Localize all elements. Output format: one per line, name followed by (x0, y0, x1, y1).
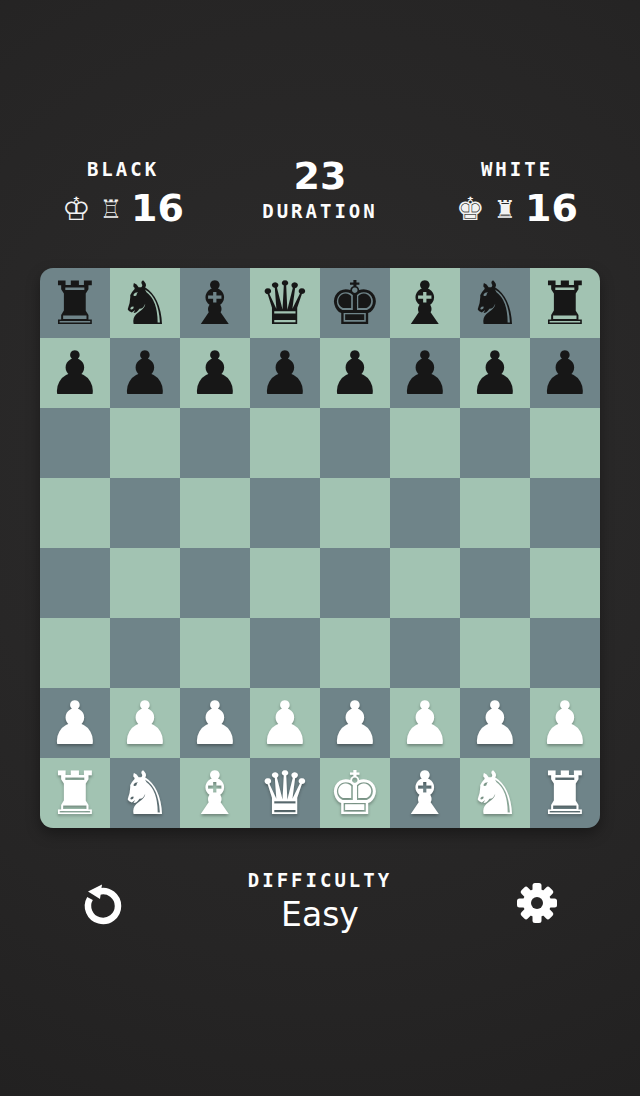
square-h3[interactable] (530, 618, 600, 688)
piece-black-knight[interactable]: ♞ (468, 268, 522, 338)
square-d3[interactable] (250, 618, 320, 688)
square-d6[interactable] (250, 408, 320, 478)
piece-black-queen[interactable]: ♛ (258, 268, 312, 338)
black-count-row: ♔ ♖ 16 (43, 184, 203, 230)
square-g1[interactable]: ♞ (460, 758, 530, 828)
piece-white-bishop[interactable]: ♝ (398, 758, 452, 828)
square-h4[interactable] (530, 548, 600, 618)
square-f7[interactable]: ♟ (390, 338, 460, 408)
rotate-ccw-icon (79, 880, 127, 928)
square-c8[interactable]: ♝ (180, 268, 250, 338)
square-g6[interactable] (460, 408, 530, 478)
duration-panel: 23 DURATION (220, 155, 420, 222)
piece-white-bishop[interactable]: ♝ (188, 758, 242, 828)
piece-white-rook[interactable]: ♜ (48, 758, 102, 828)
white-player-panel: WHITE ♚ ♜ 16 (437, 158, 597, 230)
piece-black-bishop[interactable]: ♝ (188, 268, 242, 338)
square-d5[interactable] (250, 478, 320, 548)
duration-value: 23 (220, 155, 420, 197)
square-h1[interactable]: ♜ (530, 758, 600, 828)
piece-white-queen[interactable]: ♛ (258, 758, 312, 828)
square-b5[interactable] (110, 478, 180, 548)
square-b6[interactable] (110, 408, 180, 478)
piece-black-king[interactable]: ♚ (328, 268, 382, 338)
square-a5[interactable] (40, 478, 110, 548)
square-c2[interactable]: ♟ (180, 688, 250, 758)
piece-white-knight[interactable]: ♞ (468, 758, 522, 828)
chess-board: ♜♞♝♛♚♝♞♜♟♟♟♟♟♟♟♟♟♟♟♟♟♟♟♟♜♞♝♛♚♝♞♜ (40, 268, 600, 828)
black-piece-count: 16 (131, 186, 184, 230)
square-b4[interactable] (110, 548, 180, 618)
square-d4[interactable] (250, 548, 320, 618)
square-c7[interactable]: ♟ (180, 338, 250, 408)
square-d2[interactable]: ♟ (250, 688, 320, 758)
square-e3[interactable] (320, 618, 390, 688)
square-e8[interactable]: ♚ (320, 268, 390, 338)
square-c4[interactable] (180, 548, 250, 618)
white-count-row: ♚ ♜ 16 (437, 184, 597, 230)
square-a7[interactable]: ♟ (40, 338, 110, 408)
square-e2[interactable]: ♟ (320, 688, 390, 758)
piece-black-pawn[interactable]: ♟ (468, 338, 522, 408)
piece-black-pawn[interactable]: ♟ (48, 338, 102, 408)
square-c6[interactable] (180, 408, 250, 478)
piece-black-pawn[interactable]: ♟ (188, 338, 242, 408)
square-e4[interactable] (320, 548, 390, 618)
king-outline-icon: ♔ (62, 188, 91, 230)
square-h5[interactable] (530, 478, 600, 548)
square-e7[interactable]: ♟ (320, 338, 390, 408)
piece-white-knight[interactable]: ♞ (118, 758, 172, 828)
square-g2[interactable]: ♟ (460, 688, 530, 758)
piece-black-rook[interactable]: ♜ (538, 268, 592, 338)
piece-white-king[interactable]: ♚ (328, 758, 382, 828)
square-a6[interactable] (40, 408, 110, 478)
square-e5[interactable] (320, 478, 390, 548)
square-d7[interactable]: ♟ (250, 338, 320, 408)
square-g3[interactable] (460, 618, 530, 688)
piece-white-pawn[interactable]: ♟ (328, 688, 382, 758)
settings-button[interactable] (513, 879, 561, 927)
square-f5[interactable] (390, 478, 460, 548)
square-g4[interactable] (460, 548, 530, 618)
square-b2[interactable]: ♟ (110, 688, 180, 758)
gear-icon (513, 879, 561, 927)
square-h2[interactable]: ♟ (530, 688, 600, 758)
rook-outline-icon: ♖ (100, 190, 122, 230)
square-b8[interactable]: ♞ (110, 268, 180, 338)
chess-app: BLACK ♔ ♖ 16 23 DURATION WHITE ♚ ♜ 16 ♜♞… (0, 0, 640, 1096)
square-h7[interactable]: ♟ (530, 338, 600, 408)
square-f3[interactable] (390, 618, 460, 688)
square-e6[interactable] (320, 408, 390, 478)
square-a1[interactable]: ♜ (40, 758, 110, 828)
white-label: WHITE (437, 158, 597, 180)
square-a8[interactable]: ♜ (40, 268, 110, 338)
square-c3[interactable] (180, 618, 250, 688)
piece-black-rook[interactable]: ♜ (48, 268, 102, 338)
square-a4[interactable] (40, 548, 110, 618)
difficulty-label: DIFFICULTY (170, 869, 470, 891)
white-piece-count: 16 (525, 186, 578, 230)
piece-black-pawn[interactable]: ♟ (258, 338, 312, 408)
duration-label: DURATION (220, 200, 420, 222)
square-h6[interactable] (530, 408, 600, 478)
rook-filled-icon: ♜ (494, 190, 516, 230)
square-a2[interactable]: ♟ (40, 688, 110, 758)
black-label: BLACK (43, 158, 203, 180)
square-h8[interactable]: ♜ (530, 268, 600, 338)
square-f8[interactable]: ♝ (390, 268, 460, 338)
piece-white-pawn[interactable]: ♟ (258, 688, 312, 758)
piece-white-rook[interactable]: ♜ (538, 758, 592, 828)
square-e1[interactable]: ♚ (320, 758, 390, 828)
square-b3[interactable] (110, 618, 180, 688)
square-g5[interactable] (460, 478, 530, 548)
piece-black-pawn[interactable]: ♟ (538, 338, 592, 408)
reset-button[interactable] (79, 880, 127, 928)
square-b7[interactable]: ♟ (110, 338, 180, 408)
piece-white-pawn[interactable]: ♟ (398, 688, 452, 758)
piece-black-pawn[interactable]: ♟ (398, 338, 452, 408)
piece-white-pawn[interactable]: ♟ (468, 688, 522, 758)
square-g7[interactable]: ♟ (460, 338, 530, 408)
square-f4[interactable] (390, 548, 460, 618)
square-f1[interactable]: ♝ (390, 758, 460, 828)
square-d1[interactable]: ♛ (250, 758, 320, 828)
piece-black-knight[interactable]: ♞ (118, 268, 172, 338)
black-player-panel: BLACK ♔ ♖ 16 (43, 158, 203, 230)
king-filled-icon: ♚ (456, 188, 485, 230)
piece-white-pawn[interactable]: ♟ (538, 688, 592, 758)
piece-black-pawn[interactable]: ♟ (328, 338, 382, 408)
square-f2[interactable]: ♟ (390, 688, 460, 758)
difficulty-value[interactable]: Easy (170, 895, 470, 934)
square-b1[interactable]: ♞ (110, 758, 180, 828)
square-a3[interactable] (40, 618, 110, 688)
piece-black-bishop[interactable]: ♝ (398, 268, 452, 338)
square-f6[interactable] (390, 408, 460, 478)
piece-white-pawn[interactable]: ♟ (118, 688, 172, 758)
piece-black-pawn[interactable]: ♟ (118, 338, 172, 408)
square-d8[interactable]: ♛ (250, 268, 320, 338)
square-c1[interactable]: ♝ (180, 758, 250, 828)
square-g8[interactable]: ♞ (460, 268, 530, 338)
square-c5[interactable] (180, 478, 250, 548)
piece-white-pawn[interactable]: ♟ (188, 688, 242, 758)
piece-white-pawn[interactable]: ♟ (48, 688, 102, 758)
difficulty-selector[interactable]: DIFFICULTY Easy (170, 869, 470, 934)
